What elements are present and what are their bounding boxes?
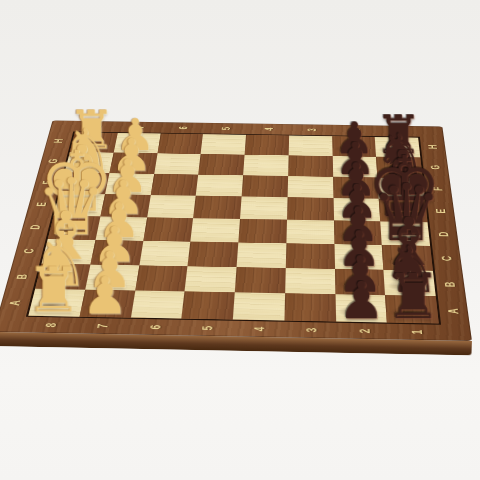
square-a7[interactable]: ♟ bbox=[79, 290, 134, 318]
square-d3[interactable] bbox=[286, 220, 334, 244]
photo-backdrop: 87654321 87654321 HGFEDCBA HGFEDCBA ♜♟♟♜… bbox=[0, 0, 480, 480]
square-b4[interactable] bbox=[235, 267, 286, 294]
black-pawn-a2[interactable]: ♟ bbox=[338, 280, 384, 321]
square-f5[interactable] bbox=[196, 174, 243, 196]
black-rook-a1[interactable]: ♜ bbox=[385, 272, 441, 322]
square-g5[interactable] bbox=[198, 154, 244, 175]
square-d6[interactable] bbox=[143, 217, 193, 241]
square-c4[interactable] bbox=[237, 242, 287, 267]
square-d4[interactable] bbox=[238, 219, 286, 243]
square-b3[interactable] bbox=[285, 268, 335, 295]
square-a1[interactable]: ♜ bbox=[385, 295, 438, 323]
square-c3[interactable] bbox=[286, 243, 335, 268]
square-h5[interactable] bbox=[201, 134, 246, 154]
square-e6[interactable] bbox=[147, 195, 196, 218]
square-a3[interactable] bbox=[284, 294, 335, 322]
square-g3[interactable] bbox=[288, 155, 333, 176]
square-h4[interactable] bbox=[245, 135, 289, 155]
square-b6[interactable] bbox=[135, 265, 188, 292]
square-c5[interactable] bbox=[188, 242, 239, 267]
square-b5[interactable] bbox=[185, 266, 237, 293]
square-a2[interactable]: ♟ bbox=[335, 294, 387, 322]
square-g6[interactable] bbox=[154, 153, 201, 174]
white-rook-a8[interactable]: ♜ bbox=[26, 266, 82, 316]
square-f3[interactable] bbox=[287, 176, 333, 198]
square-e3[interactable] bbox=[287, 197, 334, 220]
square-a6[interactable] bbox=[130, 291, 184, 319]
square-f6[interactable] bbox=[150, 174, 198, 196]
square-a8[interactable]: ♜ bbox=[28, 289, 85, 317]
chess-board: 87654321 87654321 HGFEDCBA HGFEDCBA ♜♟♟♜… bbox=[0, 121, 472, 341]
square-g4[interactable] bbox=[243, 155, 288, 176]
board-grid: ♜♟♟♜♞♟♟♞♝♟♟♝♚♟♟♚♛♟♟♛♝♟♟♝♞♟♟♞♜♟♟♜ bbox=[26, 131, 441, 324]
square-d5[interactable] bbox=[191, 218, 240, 242]
square-h6[interactable] bbox=[157, 134, 203, 154]
square-h3[interactable] bbox=[288, 136, 332, 156]
square-f4[interactable] bbox=[242, 175, 288, 197]
square-e4[interactable] bbox=[240, 197, 287, 220]
square-a4[interactable] bbox=[233, 293, 285, 321]
square-c6[interactable] bbox=[139, 241, 191, 266]
white-pawn-a7[interactable]: ♟ bbox=[82, 275, 128, 316]
square-a5[interactable] bbox=[182, 292, 235, 320]
square-e5[interactable] bbox=[193, 196, 241, 219]
